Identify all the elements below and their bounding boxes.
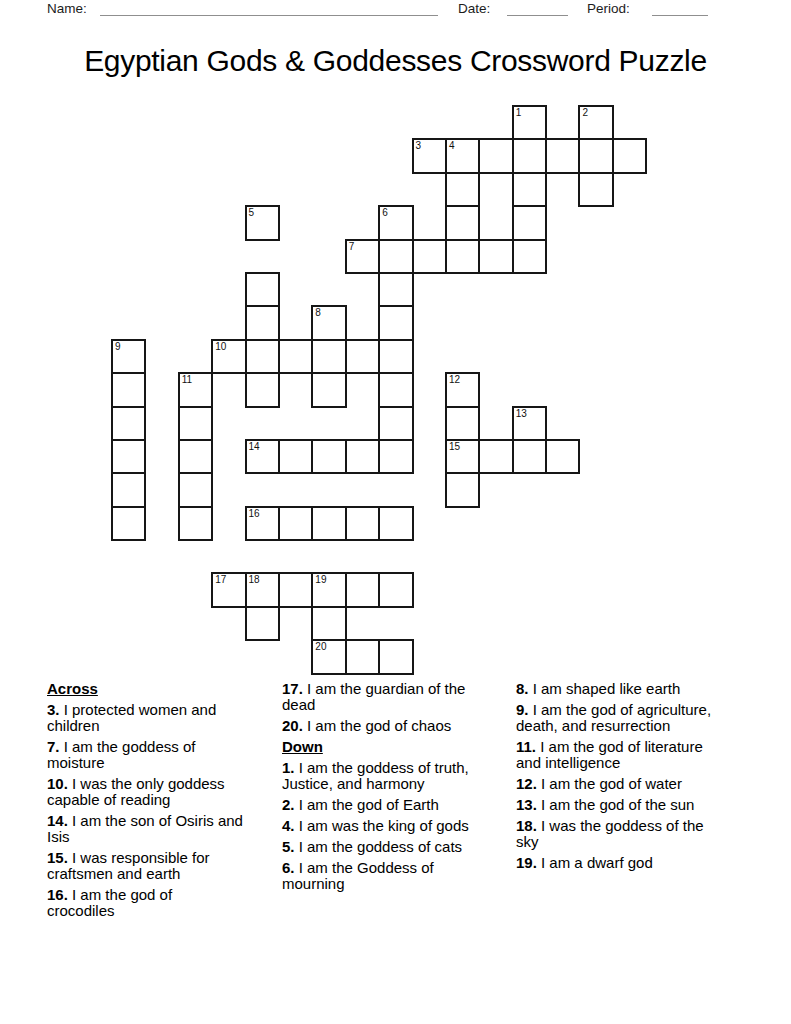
grid-cell-r12c8[interactable] <box>378 506 413 541</box>
clue-down-9: 9. I am the god of agriculture, death, a… <box>516 702 714 734</box>
grid-cell-r4c8[interactable] <box>378 239 413 274</box>
clue-number-across-15: 15. <box>47 849 68 866</box>
grid-cell-r11c2[interactable] <box>178 472 213 507</box>
grid-cell-r7c7[interactable] <box>345 339 380 374</box>
grid-cell-r2c14[interactable] <box>578 172 613 207</box>
grid-cell-r5c4[interactable] <box>245 272 280 307</box>
across-heading: Across <box>47 681 243 697</box>
clue-number-across-20: 20. <box>282 717 303 734</box>
grid-cell-r7c3[interactable]: 10 <box>211 339 246 374</box>
grid-cell-r14c6[interactable]: 19 <box>311 572 346 607</box>
grid-cell-r9c10[interactable] <box>445 406 480 441</box>
grid-cell-r10c7[interactable] <box>345 439 380 474</box>
grid-cell-r15c4[interactable] <box>245 606 280 641</box>
cell-number-20: 20 <box>315 641 326 652</box>
clue-down-2: 2. I am the god of Earth <box>282 797 474 813</box>
page-title: Egyptian Gods & Goddesses Crossword Puzz… <box>0 44 791 78</box>
clue-number-down-6: 6. <box>282 859 295 876</box>
clue-across-7: 7. I am the goddess of moisture <box>47 739 243 771</box>
grid-cell-r16c6[interactable]: 20 <box>311 639 346 674</box>
clue-number-down-11: 11. <box>516 738 536 755</box>
period-blank-line[interactable] <box>652 2 708 16</box>
clue-number-down-1: 1. <box>282 759 295 776</box>
clue-column-2: 17. I am the guardian of the dead20. I a… <box>282 681 474 897</box>
clue-down-5: 5. I am the goddess of cats <box>282 839 474 855</box>
grid-cell-r9c12[interactable]: 13 <box>512 406 547 441</box>
grid-cell-r4c9[interactable] <box>412 239 447 274</box>
clue-number-down-18: 18. <box>516 817 537 834</box>
clue-number-down-2: 2. <box>282 796 295 813</box>
cell-number-13: 13 <box>516 408 527 419</box>
clue-down-8: 8. I am shaped like earth <box>516 681 714 697</box>
grid-cell-r3c10[interactable] <box>445 205 480 240</box>
clue-down-13: 13. I am the god of the sun <box>516 797 714 813</box>
cell-number-11: 11 <box>182 374 192 385</box>
grid-cell-r11c10[interactable] <box>445 472 480 507</box>
grid-cell-r15c6[interactable] <box>311 606 346 641</box>
clue-down-12: 12. I am the god of water <box>516 776 714 792</box>
clue-down-1: 1. I am the goddess of truth, Justice, a… <box>282 760 474 792</box>
clue-across-10: 10. I was the only goddess capable of re… <box>47 776 243 808</box>
grid-cell-r12c4[interactable]: 16 <box>245 506 280 541</box>
clue-column-3: 8. I am shaped like earth9. I am the god… <box>516 681 714 876</box>
clue-down-18: 18. I was the goddess of the sky <box>516 818 714 850</box>
clue-number-across-14: 14. <box>47 812 68 829</box>
name-blank-line[interactable] <box>100 2 438 16</box>
grid-cell-r12c6[interactable] <box>311 506 346 541</box>
grid-cell-r9c0[interactable] <box>111 406 146 441</box>
grid-cell-r6c6[interactable]: 8 <box>311 305 346 340</box>
grid-cell-r7c0[interactable]: 9 <box>111 339 146 374</box>
clue-number-across-17: 17. <box>282 680 303 697</box>
clue-across-14: 14. I am the son of Osiris and Isis <box>47 813 243 845</box>
grid-cell-r1c13[interactable] <box>545 138 580 173</box>
grid-cell-r9c8[interactable] <box>378 406 413 441</box>
grid-cell-r8c4[interactable] <box>245 372 280 407</box>
period-label: Period: <box>587 1 630 16</box>
grid-cell-r8c8[interactable] <box>378 372 413 407</box>
name-label: Name: <box>47 1 87 16</box>
cell-number-1: 1 <box>516 107 522 118</box>
grid-cell-r3c12[interactable] <box>512 205 547 240</box>
cell-number-10: 10 <box>215 341 226 352</box>
grid-cell-r8c0[interactable] <box>111 372 146 407</box>
cell-number-12: 12 <box>449 374 460 385</box>
grid-cell-r7c4[interactable] <box>245 339 280 374</box>
clue-number-down-13: 13. <box>516 796 537 813</box>
grid-cell-r4c12[interactable] <box>512 239 547 274</box>
cell-number-3: 3 <box>416 140 422 151</box>
clue-number-across-16: 16. <box>47 886 68 903</box>
grid-cell-r0c12[interactable]: 1 <box>512 105 547 140</box>
clue-down-11: 11. I am the god of literature and intel… <box>516 739 714 771</box>
grid-cell-r10c0[interactable] <box>111 439 146 474</box>
cell-number-5: 5 <box>249 207 255 218</box>
grid-cell-r1c10[interactable]: 4 <box>445 138 480 173</box>
clue-down-4: 4. I am was the king of gods <box>282 818 474 834</box>
clue-across-20: 20. I am the god of chaos <box>282 718 474 734</box>
clue-number-down-12: 12. <box>516 775 537 792</box>
crossword-grid: 1234567891011121314151617181920 <box>113 107 647 675</box>
grid-cell-r14c3[interactable]: 17 <box>211 572 246 607</box>
down-heading: Down <box>282 739 474 755</box>
grid-cell-r16c8[interactable] <box>378 639 413 674</box>
grid-cell-r8c10[interactable]: 12 <box>445 372 480 407</box>
grid-cell-r7c8[interactable] <box>378 339 413 374</box>
clue-number-across-10: 10. <box>47 775 68 792</box>
cell-number-16: 16 <box>249 508 260 519</box>
grid-cell-r16c7[interactable] <box>345 639 380 674</box>
grid-cell-r4c11[interactable] <box>478 239 513 274</box>
grid-cell-r0c14[interactable]: 2 <box>578 105 613 140</box>
cell-number-19: 19 <box>315 574 326 585</box>
grid-cell-r10c12[interactable] <box>512 439 547 474</box>
clue-down-6: 6. I am the Goddess of mourning <box>282 860 474 892</box>
grid-cell-r2c10[interactable] <box>445 172 480 207</box>
cell-number-14: 14 <box>249 441 260 452</box>
grid-cell-r11c0[interactable] <box>111 472 146 507</box>
clue-across-15: 15. I was responsible for craftsmen and … <box>47 850 243 882</box>
grid-cell-r12c0[interactable] <box>111 506 146 541</box>
grid-cell-r6c4[interactable] <box>245 305 280 340</box>
grid-cell-r5c8[interactable] <box>378 272 413 307</box>
clue-number-down-5: 5. <box>282 838 295 855</box>
clue-down-19: 19. I am a dwarf god <box>516 855 714 871</box>
grid-cell-r7c5[interactable] <box>278 339 313 374</box>
clue-number-down-4: 4. <box>282 817 295 834</box>
grid-cell-r4c10[interactable] <box>445 239 480 274</box>
grid-cell-r12c5[interactable] <box>278 506 313 541</box>
grid-cell-r3c8[interactable]: 6 <box>378 205 413 240</box>
grid-cell-r10c4[interactable]: 14 <box>245 439 280 474</box>
clue-across-16: 16. I am the god of crocodiles <box>47 887 243 919</box>
grid-cell-r1c15[interactable] <box>612 138 647 173</box>
grid-cell-r8c6[interactable] <box>311 372 346 407</box>
grid-cell-r8c2[interactable]: 11 <box>178 372 213 407</box>
cell-number-17: 17 <box>215 574 226 585</box>
grid-cell-r1c12[interactable] <box>512 138 547 173</box>
grid-cell-r10c13[interactable] <box>545 439 580 474</box>
grid-cell-r10c5[interactable] <box>278 439 313 474</box>
date-blank-line[interactable] <box>507 2 568 16</box>
cell-number-18: 18 <box>249 574 260 585</box>
grid-cell-r14c4[interactable]: 18 <box>245 572 280 607</box>
grid-cell-r1c14[interactable] <box>578 138 613 173</box>
grid-cell-r1c9[interactable]: 3 <box>412 138 447 173</box>
grid-cell-r10c2[interactable] <box>178 439 213 474</box>
clue-number-across-3: 3. <box>47 701 60 718</box>
cell-number-9: 9 <box>115 341 121 352</box>
cell-number-15: 15 <box>449 441 460 452</box>
grid-cell-r14c5[interactable] <box>278 572 313 607</box>
worksheet-page: Name: Date: Period: Egyptian Gods & Godd… <box>0 0 791 1024</box>
clue-column-1: Across3. I protected women and children7… <box>47 681 243 924</box>
clue-number-down-8: 8. <box>516 680 529 697</box>
grid-cell-r7c6[interactable] <box>311 339 346 374</box>
grid-cell-r10c11[interactable] <box>478 439 513 474</box>
date-label: Date: <box>458 1 490 16</box>
cell-number-7: 7 <box>349 241 355 252</box>
clue-number-down-19: 19. <box>516 854 537 871</box>
grid-cell-r14c7[interactable] <box>345 572 380 607</box>
clue-across-3: 3. I protected women and children <box>47 702 243 734</box>
cell-number-2: 2 <box>582 107 588 118</box>
clue-number-down-9: 9. <box>516 701 529 718</box>
grid-cell-r10c10[interactable]: 15 <box>445 439 480 474</box>
clue-across-17: 17. I am the guardian of the dead <box>282 681 474 713</box>
grid-cell-r12c7[interactable] <box>345 506 380 541</box>
grid-cell-r10c6[interactable] <box>311 439 346 474</box>
grid-cell-r9c2[interactable] <box>178 406 213 441</box>
clue-number-across-7: 7. <box>47 738 60 755</box>
grid-cell-r4c7[interactable]: 7 <box>345 239 380 274</box>
cell-number-8: 8 <box>315 307 321 318</box>
grid-cell-r6c8[interactable] <box>378 305 413 340</box>
grid-cell-r14c8[interactable] <box>378 572 413 607</box>
grid-cell-r1c11[interactable] <box>478 138 513 173</box>
grid-cell-r3c4[interactable]: 5 <box>245 205 280 240</box>
grid-cell-r2c12[interactable] <box>512 172 547 207</box>
cell-number-6: 6 <box>382 207 388 218</box>
cell-number-4: 4 <box>449 140 455 151</box>
grid-cell-r10c8[interactable] <box>378 439 413 474</box>
grid-cell-r12c2[interactable] <box>178 506 213 541</box>
